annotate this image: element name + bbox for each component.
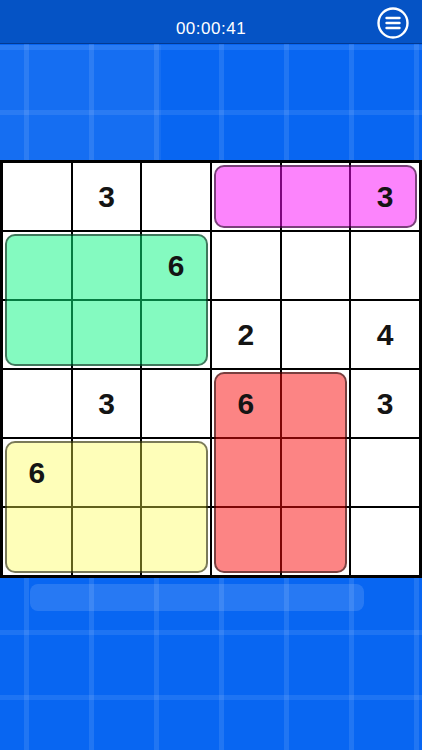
cell-r4-c3[interactable] <box>141 369 211 438</box>
hamburger-circle-icon <box>376 28 410 43</box>
menu-button[interactable] <box>376 6 410 40</box>
clue-r3-c6: 4 <box>377 320 394 350</box>
top-bar: 00:00:41 <box>0 0 422 44</box>
cell-r4-c1[interactable] <box>2 369 72 438</box>
clue-r1-c6: 3 <box>377 182 394 212</box>
cell-r4-c6[interactable]: 3 <box>350 369 420 438</box>
clue-r1-c2: 3 <box>98 182 115 212</box>
timer: 00:00:41 <box>176 19 246 43</box>
cell-r2-c5[interactable] <box>281 231 351 300</box>
clue-r5-c1: 6 <box>28 458 45 488</box>
puzzle-board: 336243636 <box>0 160 422 578</box>
cell-r3-c5[interactable] <box>281 300 351 369</box>
cell-r6-c6[interactable] <box>350 507 420 576</box>
clue-r3-c4: 2 <box>237 320 254 350</box>
cell-r2-c6[interactable] <box>350 231 420 300</box>
background-highlight-band <box>30 584 364 611</box>
cell-r1-c2[interactable]: 3 <box>72 162 142 231</box>
region-red[interactable] <box>214 372 347 573</box>
cell-r3-c6[interactable]: 4 <box>350 300 420 369</box>
app-screen: 00:00:41 336243636 <box>0 0 422 750</box>
cell-r3-c4[interactable]: 2 <box>211 300 281 369</box>
clue-r4-c2: 3 <box>98 389 115 419</box>
clue-r2-c3: 6 <box>168 251 185 281</box>
cell-r1-c3[interactable] <box>141 162 211 231</box>
background-light-patch <box>0 45 161 160</box>
cell-r5-c6[interactable] <box>350 438 420 507</box>
cell-r1-c1[interactable] <box>2 162 72 231</box>
clue-r4-c6: 3 <box>377 389 394 419</box>
cell-r2-c4[interactable] <box>211 231 281 300</box>
clue-r4-c4: 6 <box>237 389 254 419</box>
cell-r4-c2[interactable]: 3 <box>72 369 142 438</box>
